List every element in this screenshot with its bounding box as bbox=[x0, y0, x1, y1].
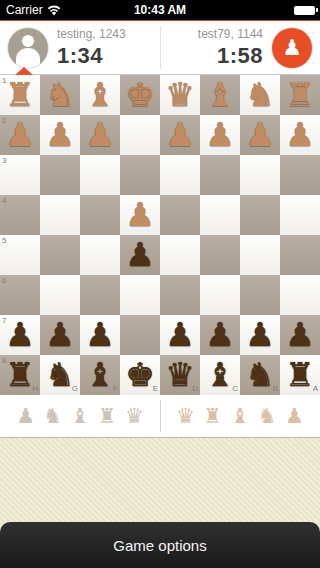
black-pawn: ♟ bbox=[40, 315, 80, 355]
square-e3[interactable] bbox=[120, 155, 160, 195]
square-d1[interactable]: ♛ bbox=[160, 75, 200, 115]
square-h6[interactable]: 6 bbox=[0, 275, 40, 315]
rank-label: 1 bbox=[2, 77, 6, 85]
battery-icon bbox=[294, 6, 315, 15]
square-h5[interactable]: 5 bbox=[0, 235, 40, 275]
rank-label: 3 bbox=[2, 157, 6, 165]
square-b7[interactable]: ♟ bbox=[240, 315, 280, 355]
file-label: C bbox=[232, 385, 238, 393]
square-b4[interactable] bbox=[240, 195, 280, 235]
square-e4[interactable]: ♟ bbox=[120, 195, 160, 235]
rank-label: 5 bbox=[2, 237, 6, 245]
square-h2[interactable]: ♟2 bbox=[0, 115, 40, 155]
white-pawn: ♟ bbox=[280, 115, 320, 155]
square-g3[interactable] bbox=[40, 155, 80, 195]
square-h8[interactable]: ♜8H bbox=[0, 355, 40, 395]
square-c6[interactable] bbox=[200, 275, 240, 315]
chess-board: ♜1♞♝♚♛♝♞♜♟2♟♟♟♟♟♟34♟5♟6♟7♟♟♟♟♟♟♜8H♞G♝F♚E… bbox=[0, 75, 320, 395]
square-f4[interactable] bbox=[80, 195, 120, 235]
square-e1[interactable]: ♚ bbox=[120, 75, 160, 115]
square-f5[interactable] bbox=[80, 235, 120, 275]
square-d7[interactable]: ♟ bbox=[160, 315, 200, 355]
tray-bishop-icon: ♝ bbox=[71, 406, 90, 427]
left-player-clock: 1:34 bbox=[57, 43, 126, 69]
status-bar: Carrier 10:43 AM bbox=[0, 0, 320, 20]
square-f3[interactable] bbox=[80, 155, 120, 195]
square-a6[interactable] bbox=[280, 275, 320, 315]
file-label: F bbox=[113, 385, 118, 393]
tray-bishop-icon: ♝ bbox=[231, 406, 250, 427]
tray-pawn-icon: ♟ bbox=[285, 406, 304, 427]
white-knight: ♞ bbox=[40, 75, 80, 115]
black-pawn: ♟ bbox=[240, 315, 280, 355]
white-pawn: ♟ bbox=[240, 115, 280, 155]
left-player-avatar bbox=[8, 28, 48, 68]
square-b1[interactable]: ♞ bbox=[240, 75, 280, 115]
turn-indicator bbox=[15, 67, 33, 75]
square-d8[interactable]: ♛D bbox=[160, 355, 200, 395]
black-pawn: ♟ bbox=[160, 315, 200, 355]
rank-label: 8 bbox=[2, 357, 6, 365]
background-felt bbox=[0, 438, 320, 522]
pawn-icon: ♟ bbox=[282, 37, 302, 59]
tray-right: ♛♜♝♞♟ bbox=[160, 395, 320, 437]
black-pawn: ♟ bbox=[80, 315, 120, 355]
white-queen: ♛ bbox=[160, 75, 200, 115]
tray-left: ♟♞♝♜♛ bbox=[0, 395, 160, 437]
rank-label: 2 bbox=[2, 117, 6, 125]
square-c5[interactable] bbox=[200, 235, 240, 275]
game-options-button[interactable]: Game options bbox=[0, 522, 320, 568]
white-pawn: ♟ bbox=[40, 115, 80, 155]
white-rook: ♜ bbox=[280, 75, 320, 115]
header-divider bbox=[160, 26, 161, 69]
tray-queen-icon: ♛ bbox=[125, 406, 144, 427]
players-header: testing, 1243 1:34 test79, 1144 1:58 ♟ bbox=[0, 20, 320, 75]
square-d5[interactable] bbox=[160, 235, 200, 275]
square-b2[interactable]: ♟ bbox=[240, 115, 280, 155]
square-b3[interactable] bbox=[240, 155, 280, 195]
square-c1[interactable]: ♝ bbox=[200, 75, 240, 115]
person-icon bbox=[22, 35, 34, 47]
tray-pawn-icon: ♟ bbox=[16, 406, 35, 427]
tray-divider bbox=[160, 400, 161, 432]
square-a2[interactable]: ♟ bbox=[280, 115, 320, 155]
square-b5[interactable] bbox=[240, 235, 280, 275]
square-h3[interactable]: 3 bbox=[0, 155, 40, 195]
square-e6[interactable] bbox=[120, 275, 160, 315]
black-pawn: ♟ bbox=[120, 235, 160, 275]
left-player-name: testing, 1243 bbox=[57, 27, 126, 41]
square-f6[interactable] bbox=[80, 275, 120, 315]
tray-queen-icon: ♛ bbox=[176, 406, 195, 427]
captured-pieces-tray: ♟♞♝♜♛ ♛♜♝♞♟ bbox=[0, 395, 320, 438]
white-pawn: ♟ bbox=[200, 115, 240, 155]
square-h4[interactable]: 4 bbox=[0, 195, 40, 235]
square-h1[interactable]: ♜1 bbox=[0, 75, 40, 115]
square-g1[interactable]: ♞ bbox=[40, 75, 80, 115]
white-pawn: ♟ bbox=[80, 115, 120, 155]
right-player-name: test79, 1144 bbox=[198, 27, 263, 41]
white-pawn: ♟ bbox=[160, 115, 200, 155]
file-label: G bbox=[72, 385, 78, 393]
rank-label: 4 bbox=[2, 197, 6, 205]
square-g2[interactable]: ♟ bbox=[40, 115, 80, 155]
status-time: 10:43 AM bbox=[0, 3, 320, 17]
white-knight: ♞ bbox=[240, 75, 280, 115]
square-a7[interactable]: ♟ bbox=[280, 315, 320, 355]
right-player-clock: 1:58 bbox=[198, 43, 263, 69]
black-pawn: ♟ bbox=[200, 315, 240, 355]
white-bishop: ♝ bbox=[200, 75, 240, 115]
square-b6[interactable] bbox=[240, 275, 280, 315]
square-c3[interactable] bbox=[200, 155, 240, 195]
square-b8[interactable]: ♞B bbox=[240, 355, 280, 395]
square-f7[interactable]: ♟ bbox=[80, 315, 120, 355]
file-label: D bbox=[192, 385, 198, 393]
white-king: ♚ bbox=[120, 75, 160, 115]
square-a8[interactable]: ♜A bbox=[280, 355, 320, 395]
tray-rook-icon: ♜ bbox=[203, 406, 222, 427]
black-pawn: ♟ bbox=[280, 315, 320, 355]
tray-rook-icon: ♜ bbox=[98, 406, 117, 427]
file-label: A bbox=[313, 385, 318, 393]
square-a5[interactable] bbox=[280, 235, 320, 275]
square-h7[interactable]: ♟7 bbox=[0, 315, 40, 355]
square-c4[interactable] bbox=[200, 195, 240, 235]
square-c8[interactable]: ♝C bbox=[200, 355, 240, 395]
square-e8[interactable]: ♚E bbox=[120, 355, 160, 395]
square-d2[interactable]: ♟ bbox=[160, 115, 200, 155]
square-d4[interactable] bbox=[160, 195, 200, 235]
square-a1[interactable]: ♜ bbox=[280, 75, 320, 115]
square-g7[interactable]: ♟ bbox=[40, 315, 80, 355]
square-a3[interactable] bbox=[280, 155, 320, 195]
square-d6[interactable] bbox=[160, 275, 200, 315]
square-g6[interactable] bbox=[40, 275, 80, 315]
file-label: E bbox=[153, 385, 158, 393]
tray-knight-icon: ♞ bbox=[43, 406, 62, 427]
square-f2[interactable]: ♟ bbox=[80, 115, 120, 155]
square-e5[interactable]: ♟ bbox=[120, 235, 160, 275]
square-e2[interactable] bbox=[120, 115, 160, 155]
square-g5[interactable] bbox=[40, 235, 80, 275]
square-g4[interactable] bbox=[40, 195, 80, 235]
white-bishop: ♝ bbox=[80, 75, 120, 115]
square-a4[interactable] bbox=[280, 195, 320, 235]
white-pawn: ♟ bbox=[120, 195, 160, 235]
square-c7[interactable]: ♟ bbox=[200, 315, 240, 355]
square-f8[interactable]: ♝F bbox=[80, 355, 120, 395]
rank-label: 6 bbox=[2, 277, 6, 285]
rank-label: 7 bbox=[2, 317, 6, 325]
square-d3[interactable] bbox=[160, 155, 200, 195]
tray-knight-icon: ♞ bbox=[258, 406, 277, 427]
square-e7[interactable] bbox=[120, 315, 160, 355]
right-player-avatar: ♟ bbox=[272, 28, 312, 68]
square-g8[interactable]: ♞G bbox=[40, 355, 80, 395]
file-label: H bbox=[32, 385, 38, 393]
square-f1[interactable]: ♝ bbox=[80, 75, 120, 115]
file-label: B bbox=[273, 385, 278, 393]
square-c2[interactable]: ♟ bbox=[200, 115, 240, 155]
